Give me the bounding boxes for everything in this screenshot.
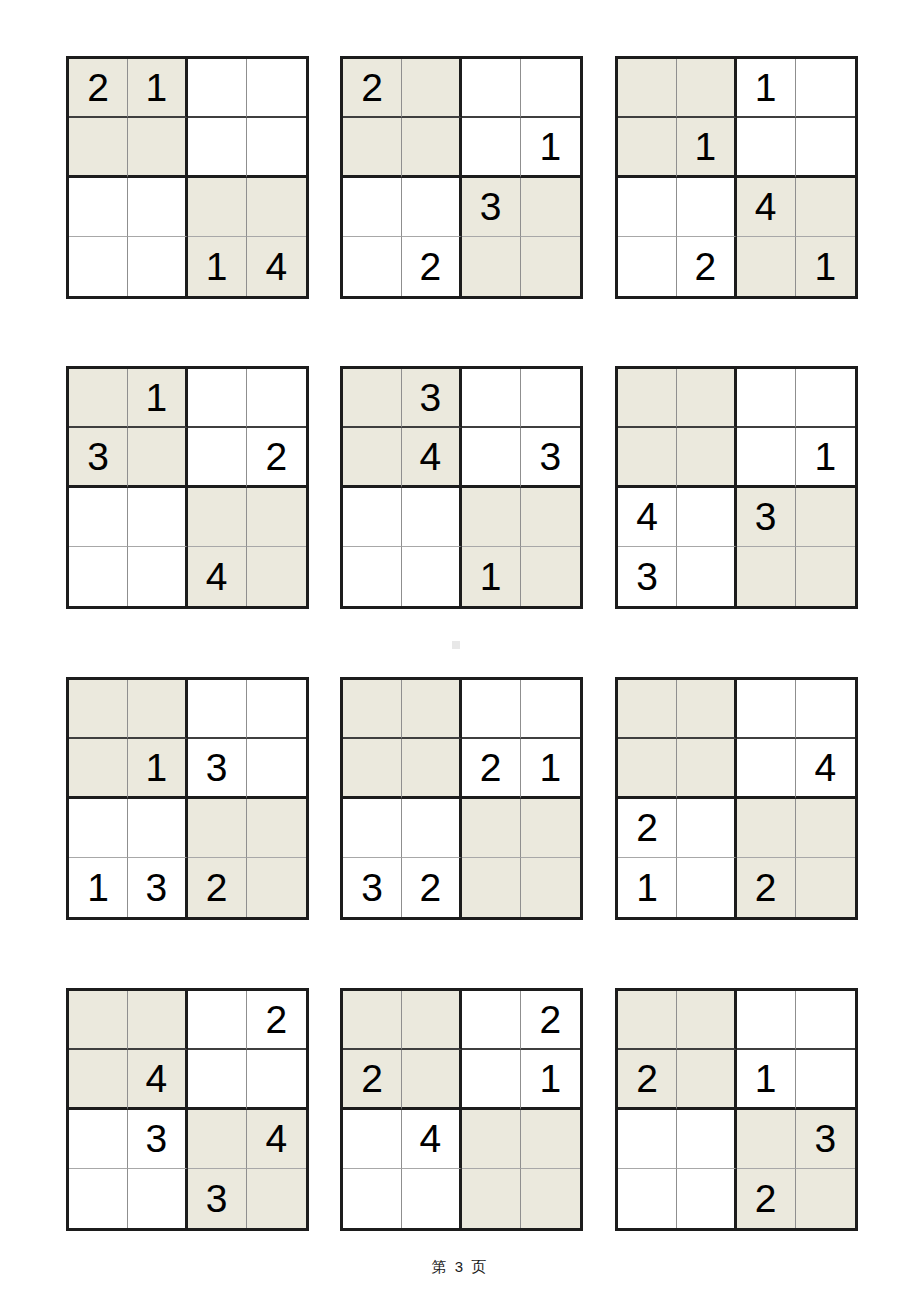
cell-r3c1-empty bbox=[343, 488, 402, 547]
cell-r2c1-empty bbox=[343, 428, 402, 487]
cell-r3c3-empty bbox=[737, 799, 796, 858]
cell-r4c2-given: 2 bbox=[677, 237, 736, 296]
cell-r3c4-empty bbox=[796, 799, 855, 858]
cell-r2c1-empty bbox=[343, 739, 402, 798]
given-digit: 2 bbox=[636, 808, 658, 847]
cell-r1c3-given: 1 bbox=[737, 59, 796, 118]
cell-r1c1-empty bbox=[618, 680, 677, 739]
cell-r4c1-empty bbox=[69, 547, 128, 606]
cell-r2c3-given: 1 bbox=[737, 1050, 796, 1109]
cell-r1c4-empty bbox=[247, 680, 306, 739]
cell-r4c1-empty bbox=[69, 237, 128, 296]
cell-r3c2-empty bbox=[128, 488, 187, 547]
cell-r4c2-empty bbox=[128, 547, 187, 606]
sudoku-board-12: 2132 bbox=[615, 988, 858, 1231]
cell-r4c4-empty bbox=[796, 547, 855, 606]
cell-r4c1-empty bbox=[69, 1169, 128, 1228]
sudoku-board-5: 3431 bbox=[340, 366, 583, 609]
cell-r1c1-given: 2 bbox=[69, 59, 128, 118]
cell-r4c4-empty bbox=[796, 1169, 855, 1228]
cell-r1c3-empty bbox=[737, 991, 796, 1050]
given-digit: 2 bbox=[420, 868, 442, 907]
cell-r2c2-given: 1 bbox=[128, 739, 187, 798]
cell-r3c4-empty bbox=[247, 799, 306, 858]
cell-r2c4-empty bbox=[796, 118, 855, 177]
cell-r2c4-given: 4 bbox=[796, 739, 855, 798]
cell-r3c2-empty bbox=[677, 178, 736, 237]
given-digit: 1 bbox=[540, 1059, 562, 1098]
cell-r2c3-empty bbox=[462, 428, 521, 487]
cell-r2c2-empty bbox=[402, 1050, 461, 1109]
cell-r3c4-given: 3 bbox=[796, 1110, 855, 1169]
cell-r2c2-empty bbox=[677, 428, 736, 487]
cell-r1c2-empty bbox=[402, 991, 461, 1050]
cell-r2c2-empty bbox=[402, 118, 461, 177]
cell-r2c2-empty bbox=[128, 118, 187, 177]
cell-r3c1-given: 2 bbox=[618, 799, 677, 858]
cell-r3c1-empty bbox=[69, 799, 128, 858]
cell-r4c4-empty bbox=[247, 858, 306, 917]
cell-r3c4-empty bbox=[796, 488, 855, 547]
cell-r2c3-empty bbox=[462, 118, 521, 177]
cell-r1c3-empty bbox=[188, 369, 247, 428]
cell-r3c3-empty bbox=[462, 488, 521, 547]
cell-r2c3-empty bbox=[188, 118, 247, 177]
cell-r4c3-given: 1 bbox=[188, 237, 247, 296]
sudoku-board-7: 13132 bbox=[66, 677, 309, 920]
cell-r3c4-given: 4 bbox=[247, 1110, 306, 1169]
given-digit: 1 bbox=[755, 68, 777, 107]
cell-r2c4-empty bbox=[247, 118, 306, 177]
cell-r2c4-given: 1 bbox=[521, 739, 580, 798]
given-digit: 3 bbox=[146, 868, 168, 907]
cell-r1c2-empty bbox=[677, 59, 736, 118]
cell-r1c2-empty bbox=[128, 991, 187, 1050]
given-digit: 4 bbox=[146, 1059, 168, 1098]
cell-r4c2-empty bbox=[128, 1169, 187, 1228]
cell-r2c4-given: 1 bbox=[521, 118, 580, 177]
given-digit: 1 bbox=[755, 1059, 777, 1098]
given-digit: 1 bbox=[540, 748, 562, 787]
cell-r1c1-empty bbox=[69, 680, 128, 739]
cell-r2c2-given: 4 bbox=[128, 1050, 187, 1109]
given-digit: 1 bbox=[815, 247, 837, 286]
cell-r1c4-given: 2 bbox=[247, 991, 306, 1050]
given-digit: 1 bbox=[146, 748, 168, 787]
cell-r4c2-empty bbox=[677, 1169, 736, 1228]
cell-r4c1-empty bbox=[618, 237, 677, 296]
cell-r1c1-empty bbox=[343, 680, 402, 739]
given-digit: 2 bbox=[695, 247, 717, 286]
cell-r2c3-empty bbox=[737, 428, 796, 487]
given-digit: 4 bbox=[636, 497, 658, 536]
sudoku-board-9: 4212 bbox=[615, 677, 858, 920]
cell-r2c4-given: 1 bbox=[796, 428, 855, 487]
cell-r4c1-given: 1 bbox=[69, 858, 128, 917]
given-digit: 2 bbox=[480, 748, 502, 787]
cell-r3c1-empty bbox=[69, 488, 128, 547]
given-digit: 1 bbox=[815, 437, 837, 476]
cell-r2c1-empty bbox=[69, 118, 128, 177]
given-digit: 3 bbox=[206, 1179, 228, 1218]
cell-r1c4-empty bbox=[796, 369, 855, 428]
cell-r2c1-empty bbox=[618, 118, 677, 177]
cell-r3c2-empty bbox=[402, 799, 461, 858]
cell-r2c3-given: 3 bbox=[188, 739, 247, 798]
cell-r2c1-empty bbox=[69, 1050, 128, 1109]
cell-r4c3-given: 2 bbox=[737, 1169, 796, 1228]
cell-r1c2-empty bbox=[677, 680, 736, 739]
cell-r3c4-empty bbox=[247, 488, 306, 547]
cell-r4c2-empty bbox=[402, 547, 461, 606]
cell-r4c2-empty bbox=[677, 858, 736, 917]
cell-r2c1-given: 2 bbox=[343, 1050, 402, 1109]
cell-r1c1-given: 2 bbox=[343, 59, 402, 118]
cell-r3c1-empty bbox=[618, 1110, 677, 1169]
given-digit: 3 bbox=[755, 497, 777, 536]
cell-r3c3-given: 4 bbox=[737, 178, 796, 237]
given-digit: 4 bbox=[420, 1119, 442, 1158]
cell-r4c1-given: 3 bbox=[618, 547, 677, 606]
cell-r1c4-empty bbox=[796, 680, 855, 739]
cell-r2c4-empty bbox=[247, 1050, 306, 1109]
cell-r4c4-empty bbox=[247, 547, 306, 606]
cell-r3c3-empty bbox=[462, 799, 521, 858]
given-digit: 1 bbox=[146, 68, 168, 107]
cell-r4c3-given: 2 bbox=[737, 858, 796, 917]
cell-r4c3-empty bbox=[462, 858, 521, 917]
given-digit: 4 bbox=[266, 247, 288, 286]
cell-r1c2-empty bbox=[677, 991, 736, 1050]
cell-r1c4-empty bbox=[521, 369, 580, 428]
cell-r1c2-empty bbox=[402, 59, 461, 118]
cell-r1c3-empty bbox=[737, 369, 796, 428]
cell-r1c4-given: 2 bbox=[521, 991, 580, 1050]
cell-r3c4-empty bbox=[796, 178, 855, 237]
cell-r3c3-empty bbox=[737, 1110, 796, 1169]
cell-r2c2-given: 1 bbox=[677, 118, 736, 177]
cell-r3c3-empty bbox=[188, 488, 247, 547]
given-digit: 4 bbox=[206, 557, 228, 596]
given-digit: 4 bbox=[755, 187, 777, 226]
cell-r1c2-given: 1 bbox=[128, 369, 187, 428]
cell-r1c4-empty bbox=[796, 991, 855, 1050]
given-digit: 3 bbox=[420, 378, 442, 417]
given-digit: 2 bbox=[266, 437, 288, 476]
given-digit: 3 bbox=[636, 557, 658, 596]
cell-r4c1-empty bbox=[343, 547, 402, 606]
given-digit: 1 bbox=[695, 127, 717, 166]
sudoku-board-11: 2214 bbox=[340, 988, 583, 1231]
cell-r4c2-empty bbox=[677, 547, 736, 606]
cell-r1c2-given: 3 bbox=[402, 369, 461, 428]
cell-r1c3-empty bbox=[737, 680, 796, 739]
given-digit: 2 bbox=[540, 1000, 562, 1039]
cell-r1c2-empty bbox=[402, 680, 461, 739]
cell-r1c4-empty bbox=[521, 59, 580, 118]
cell-r2c3-given: 2 bbox=[462, 739, 521, 798]
cell-r4c2-given: 2 bbox=[402, 237, 461, 296]
cell-r3c3-empty bbox=[462, 1110, 521, 1169]
cell-r1c3-empty bbox=[188, 59, 247, 118]
cell-r1c1-empty bbox=[618, 369, 677, 428]
given-digit: 2 bbox=[206, 868, 228, 907]
cell-r4c4-empty bbox=[521, 237, 580, 296]
given-digit: 3 bbox=[146, 1119, 168, 1158]
cell-r4c2-given: 3 bbox=[128, 858, 187, 917]
given-digit: 4 bbox=[815, 748, 837, 787]
cell-r4c4-empty bbox=[796, 858, 855, 917]
cell-r2c4-given: 2 bbox=[247, 428, 306, 487]
sudoku-board-10: 24343 bbox=[66, 988, 309, 1231]
cell-r1c3-empty bbox=[462, 59, 521, 118]
given-digit: 2 bbox=[361, 1059, 383, 1098]
cell-r2c4-given: 3 bbox=[521, 428, 580, 487]
cell-r3c3-given: 3 bbox=[737, 488, 796, 547]
cell-r3c3-given: 3 bbox=[462, 178, 521, 237]
cell-r4c2-given: 2 bbox=[402, 858, 461, 917]
cell-r3c1-empty bbox=[343, 178, 402, 237]
cell-r3c2-given: 4 bbox=[402, 1110, 461, 1169]
cell-r2c3-empty bbox=[188, 428, 247, 487]
cell-r2c2-empty bbox=[677, 739, 736, 798]
cell-r2c2-given: 4 bbox=[402, 428, 461, 487]
given-digit: 2 bbox=[420, 247, 442, 286]
cell-r3c2-empty bbox=[402, 178, 461, 237]
sudoku-board-1: 2114 bbox=[66, 56, 309, 299]
cell-r3c2-empty bbox=[677, 799, 736, 858]
cell-r3c2-empty bbox=[677, 1110, 736, 1169]
sudoku-board-8: 2132 bbox=[340, 677, 583, 920]
cell-r2c3-empty bbox=[737, 739, 796, 798]
cell-r3c4-empty bbox=[521, 178, 580, 237]
cell-r3c1-empty bbox=[343, 799, 402, 858]
given-digit: 3 bbox=[540, 437, 562, 476]
cell-r2c4-empty bbox=[796, 1050, 855, 1109]
given-digit: 3 bbox=[206, 748, 228, 787]
given-digit: 4 bbox=[420, 437, 442, 476]
cell-r3c2-empty bbox=[677, 488, 736, 547]
cell-r1c4-empty bbox=[247, 369, 306, 428]
cell-r2c1-empty bbox=[343, 118, 402, 177]
cell-r4c3-empty bbox=[462, 1169, 521, 1228]
cell-r2c2-empty bbox=[402, 739, 461, 798]
cell-r1c1-empty bbox=[618, 991, 677, 1050]
cell-r4c3-empty bbox=[462, 237, 521, 296]
cell-r3c3-empty bbox=[188, 1110, 247, 1169]
cell-r2c2-empty bbox=[677, 1050, 736, 1109]
cell-r2c3-empty bbox=[462, 1050, 521, 1109]
cell-r3c1-empty bbox=[343, 1110, 402, 1169]
cell-r1c2-empty bbox=[677, 369, 736, 428]
cell-r1c1-empty bbox=[618, 59, 677, 118]
cell-r3c3-empty bbox=[188, 178, 247, 237]
cell-r1c3-empty bbox=[188, 991, 247, 1050]
cell-r3c4-empty bbox=[521, 799, 580, 858]
cell-r1c4-empty bbox=[796, 59, 855, 118]
given-digit: 1 bbox=[636, 868, 658, 907]
cell-r3c3-empty bbox=[188, 799, 247, 858]
cell-r4c3-given: 3 bbox=[188, 1169, 247, 1228]
cell-r1c1-empty bbox=[343, 369, 402, 428]
given-digit: 2 bbox=[636, 1059, 658, 1098]
sudoku-board-4: 1324 bbox=[66, 366, 309, 609]
given-digit: 2 bbox=[266, 1000, 288, 1039]
cell-r3c1-given: 4 bbox=[618, 488, 677, 547]
cell-r1c1-empty bbox=[343, 991, 402, 1050]
cell-r2c4-empty bbox=[247, 739, 306, 798]
page-artifact-dot bbox=[452, 641, 460, 649]
cell-r4c2-empty bbox=[402, 1169, 461, 1228]
cell-r4c3-given: 4 bbox=[188, 547, 247, 606]
cell-r1c2-given: 1 bbox=[128, 59, 187, 118]
cell-r1c3-empty bbox=[188, 680, 247, 739]
given-digit: 3 bbox=[480, 187, 502, 226]
cell-r1c4-empty bbox=[521, 680, 580, 739]
given-digit: 2 bbox=[87, 68, 109, 107]
given-digit: 2 bbox=[361, 68, 383, 107]
cell-r1c3-empty bbox=[462, 369, 521, 428]
cell-r1c3-empty bbox=[462, 680, 521, 739]
cell-r2c1-empty bbox=[69, 739, 128, 798]
cell-r3c1-empty bbox=[618, 178, 677, 237]
cell-r3c2-empty bbox=[128, 799, 187, 858]
cell-r2c3-empty bbox=[737, 118, 796, 177]
cell-r2c4-given: 1 bbox=[521, 1050, 580, 1109]
sudoku-board-3: 11421 bbox=[615, 56, 858, 299]
cell-r2c2-empty bbox=[128, 428, 187, 487]
cell-r4c1-empty bbox=[343, 1169, 402, 1228]
cell-r3c2-empty bbox=[402, 488, 461, 547]
cell-r1c3-empty bbox=[462, 991, 521, 1050]
given-digit: 1 bbox=[480, 557, 502, 596]
cell-r2c1-given: 2 bbox=[618, 1050, 677, 1109]
cell-r3c2-empty bbox=[128, 178, 187, 237]
cell-r1c2-empty bbox=[128, 680, 187, 739]
given-digit: 3 bbox=[361, 868, 383, 907]
cell-r3c2-given: 3 bbox=[128, 1110, 187, 1169]
given-digit: 3 bbox=[815, 1119, 837, 1158]
given-digit: 1 bbox=[206, 247, 228, 286]
cell-r4c3-given: 1 bbox=[462, 547, 521, 606]
cell-r4c4-empty bbox=[521, 1169, 580, 1228]
cell-r1c1-empty bbox=[69, 369, 128, 428]
given-digit: 4 bbox=[266, 1119, 288, 1158]
given-digit: 1 bbox=[540, 127, 562, 166]
cell-r2c3-empty bbox=[188, 1050, 247, 1109]
cell-r3c4-empty bbox=[521, 1110, 580, 1169]
given-digit: 3 bbox=[87, 437, 109, 476]
given-digit: 2 bbox=[755, 1179, 777, 1218]
sudoku-board-2: 2132 bbox=[340, 56, 583, 299]
cell-r4c1-given: 1 bbox=[618, 858, 677, 917]
cell-r4c4-empty bbox=[521, 858, 580, 917]
given-digit: 1 bbox=[146, 378, 168, 417]
cell-r2c1-empty bbox=[618, 428, 677, 487]
sudoku-board-6: 1433 bbox=[615, 366, 858, 609]
cell-r1c1-empty bbox=[69, 991, 128, 1050]
cell-r3c1-empty bbox=[69, 178, 128, 237]
cell-r3c1-empty bbox=[69, 1110, 128, 1169]
cell-r2c1-given: 3 bbox=[69, 428, 128, 487]
cell-r4c4-given: 4 bbox=[247, 237, 306, 296]
given-digit: 1 bbox=[87, 868, 109, 907]
cell-r4c3-given: 2 bbox=[188, 858, 247, 917]
cell-r2c1-empty bbox=[618, 739, 677, 798]
worksheet-page: 2114213211421132434311433131322132421224… bbox=[0, 0, 920, 1303]
cell-r4c4-given: 1 bbox=[796, 237, 855, 296]
cell-r4c3-empty bbox=[737, 547, 796, 606]
cell-r3c4-empty bbox=[521, 488, 580, 547]
cell-r4c2-empty bbox=[128, 237, 187, 296]
cell-r4c3-empty bbox=[737, 237, 796, 296]
cell-r1c4-empty bbox=[247, 59, 306, 118]
cell-r4c1-given: 3 bbox=[343, 858, 402, 917]
given-digit: 2 bbox=[755, 868, 777, 907]
cell-r3c4-empty bbox=[247, 178, 306, 237]
cell-r4c1-empty bbox=[618, 1169, 677, 1228]
page-number-footer: 第 3 页 bbox=[0, 1258, 920, 1277]
cell-r4c1-empty bbox=[343, 237, 402, 296]
cell-r4c4-empty bbox=[247, 1169, 306, 1228]
cell-r4c4-empty bbox=[521, 547, 580, 606]
